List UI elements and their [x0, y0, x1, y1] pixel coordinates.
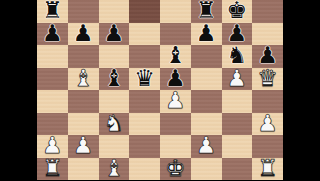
white-pawn-e4: ♟ [165, 89, 186, 111]
square-g5[interactable]: ♟ [222, 68, 253, 91]
square-e1[interactable]: ♚ [160, 158, 191, 181]
square-f2[interactable]: ♟ [191, 135, 222, 158]
white-bishop-c1: ♝ [104, 157, 125, 179]
square-h6[interactable]: ♟ [252, 45, 283, 68]
black-knight-g6: ♞ [227, 44, 248, 66]
black-rook-f8: ♜ [196, 0, 217, 21]
white-rook-h1: ♜ [257, 157, 278, 179]
square-c2[interactable] [99, 135, 130, 158]
square-f4[interactable] [191, 90, 222, 113]
square-f7[interactable]: ♟ [191, 23, 222, 46]
square-h8[interactable] [252, 0, 283, 23]
square-a5[interactable] [37, 68, 68, 91]
square-e8[interactable] [160, 0, 191, 23]
black-pawn-f7: ♟ [196, 22, 217, 44]
square-e5[interactable]: ♟ [160, 68, 191, 91]
square-c5[interactable]: ♝ [99, 68, 130, 91]
square-b3[interactable] [68, 113, 99, 136]
black-queen-d5: ♛ [134, 67, 155, 89]
square-e4[interactable]: ♟ [160, 90, 191, 113]
square-g3[interactable] [222, 113, 253, 136]
square-d5[interactable]: ♛ [129, 68, 160, 91]
black-pawn-b7: ♟ [73, 22, 94, 44]
square-b7[interactable]: ♟ [68, 23, 99, 46]
square-a1[interactable]: ♜ [37, 158, 68, 181]
square-a6[interactable] [37, 45, 68, 68]
square-b5[interactable]: ♝ [68, 68, 99, 91]
chess-board: ♜♜♚♟♟♟♟♟♝♞♟♝♝♛♟♟♛♟♞♟♟♟♟♜♝♚♜ [37, 0, 283, 180]
square-h5[interactable]: ♛ [252, 68, 283, 91]
square-f1[interactable] [191, 158, 222, 181]
square-b2[interactable]: ♟ [68, 135, 99, 158]
white-pawn-g5: ♟ [227, 67, 248, 89]
square-d2[interactable] [129, 135, 160, 158]
black-pawn-a7: ♟ [42, 22, 63, 44]
square-g6[interactable]: ♞ [222, 45, 253, 68]
white-pawn-b2: ♟ [73, 134, 94, 156]
square-a3[interactable] [37, 113, 68, 136]
square-g7[interactable]: ♟ [222, 23, 253, 46]
square-d4[interactable] [129, 90, 160, 113]
square-e6[interactable]: ♝ [160, 45, 191, 68]
square-d6[interactable] [129, 45, 160, 68]
square-f8[interactable]: ♜ [191, 0, 222, 23]
square-c1[interactable]: ♝ [99, 158, 130, 181]
white-pawn-h3: ♟ [257, 112, 278, 134]
white-king-e1: ♚ [165, 157, 186, 179]
square-h2[interactable] [252, 135, 283, 158]
square-b1[interactable] [68, 158, 99, 181]
square-f6[interactable] [191, 45, 222, 68]
white-queen-h5: ♛ [257, 67, 278, 89]
white-pawn-f2: ♟ [196, 134, 217, 156]
square-c4[interactable] [99, 90, 130, 113]
square-c3[interactable]: ♞ [99, 113, 130, 136]
black-bishop-e6: ♝ [165, 44, 186, 66]
white-knight-c3: ♞ [104, 112, 125, 134]
white-pawn-a2: ♟ [42, 134, 63, 156]
black-rook-a8: ♜ [42, 0, 63, 21]
letterbox-right [283, 0, 320, 180]
square-g1[interactable] [222, 158, 253, 181]
square-a2[interactable]: ♟ [37, 135, 68, 158]
black-pawn-h6: ♟ [257, 44, 278, 66]
square-h1[interactable]: ♜ [252, 158, 283, 181]
square-d8[interactable] [129, 0, 160, 23]
square-e3[interactable] [160, 113, 191, 136]
white-bishop-b5: ♝ [73, 67, 94, 89]
square-g4[interactable] [222, 90, 253, 113]
white-rook-a1: ♜ [42, 157, 63, 179]
square-c7[interactable]: ♟ [99, 23, 130, 46]
square-e2[interactable] [160, 135, 191, 158]
square-b4[interactable] [68, 90, 99, 113]
square-h3[interactable]: ♟ [252, 113, 283, 136]
square-h7[interactable] [252, 23, 283, 46]
letterbox-left [0, 0, 37, 180]
black-pawn-e5: ♟ [165, 67, 186, 89]
square-b6[interactable] [68, 45, 99, 68]
square-g8[interactable]: ♚ [222, 0, 253, 23]
square-g2[interactable] [222, 135, 253, 158]
square-f3[interactable] [191, 113, 222, 136]
square-f5[interactable] [191, 68, 222, 91]
black-king-g8: ♚ [227, 0, 248, 21]
square-c8[interactable] [99, 0, 130, 23]
square-b8[interactable] [68, 0, 99, 23]
square-a7[interactable]: ♟ [37, 23, 68, 46]
square-d1[interactable] [129, 158, 160, 181]
square-e7[interactable] [160, 23, 191, 46]
square-d7[interactable] [129, 23, 160, 46]
square-h4[interactable] [252, 90, 283, 113]
black-pawn-g7: ♟ [227, 22, 248, 44]
square-c6[interactable] [99, 45, 130, 68]
square-a4[interactable] [37, 90, 68, 113]
black-bishop-c5: ♝ [104, 67, 125, 89]
black-pawn-c7: ♟ [104, 22, 125, 44]
square-d3[interactable] [129, 113, 160, 136]
square-a8[interactable]: ♜ [37, 0, 68, 23]
